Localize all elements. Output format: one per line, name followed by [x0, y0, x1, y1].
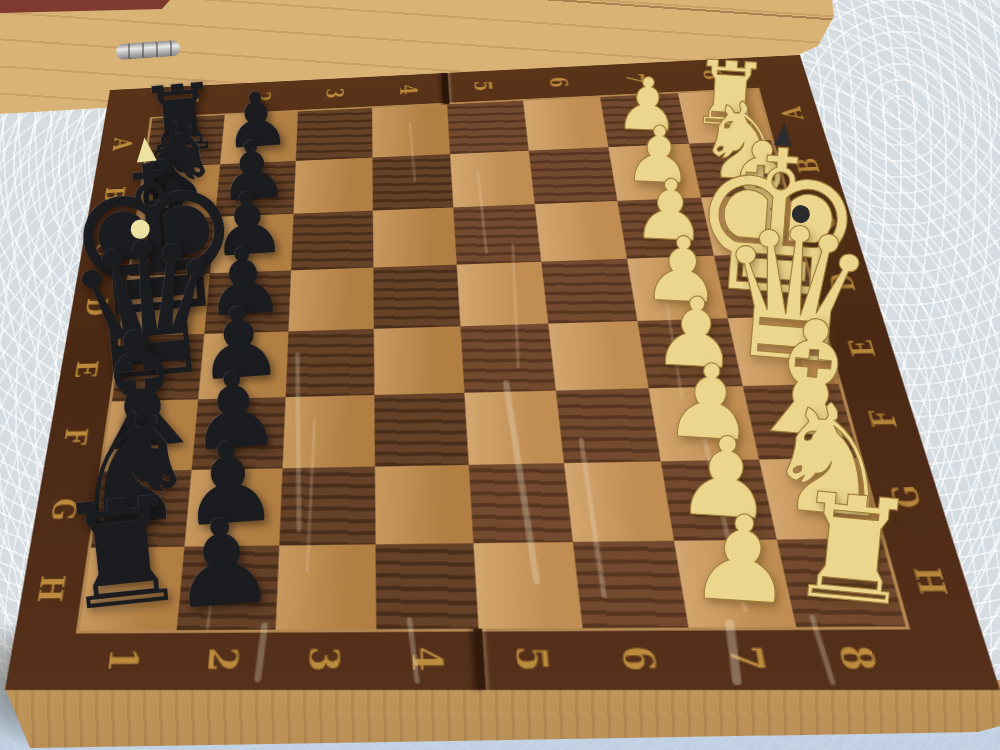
square-g2	[184, 468, 282, 546]
coord-top-2: 2	[239, 73, 286, 122]
square-e4	[374, 326, 465, 395]
square-c5	[453, 204, 541, 264]
square-b3	[294, 158, 373, 214]
coord-right-F: F	[828, 396, 940, 443]
coord-bottom-4: 4	[395, 614, 464, 706]
coord-top-6: 6	[533, 58, 585, 108]
square-b2	[215, 161, 296, 217]
coord-right-H: H	[870, 554, 994, 608]
coord-left-B: B	[75, 177, 155, 212]
square-c6	[535, 201, 627, 262]
square-f4	[374, 393, 468, 467]
coord-right-A: A	[748, 96, 838, 130]
square-c7	[617, 198, 714, 259]
coord-right-D: D	[792, 262, 894, 303]
coord-left-C: C	[65, 230, 148, 267]
coord-right-C: C	[776, 203, 874, 241]
coord-top-3: 3	[312, 69, 357, 118]
square-f6	[556, 388, 661, 463]
square-d6	[541, 259, 637, 324]
square-d7	[627, 256, 728, 321]
square-d4	[373, 265, 460, 329]
coord-top-8: 8	[684, 50, 743, 100]
square-c4	[373, 207, 457, 267]
square-c2	[210, 214, 294, 274]
coord-bottom-5: 5	[496, 613, 571, 706]
square-e7	[637, 318, 742, 388]
coord-left-H: H	[1, 564, 103, 614]
coord-right-E: E	[809, 326, 916, 370]
square-f2	[192, 397, 286, 470]
coord-left-G: G	[16, 486, 114, 533]
chess-board: 1234567812345678ABCDEFGHABCDEFGH	[5, 55, 1000, 690]
square-b5	[450, 151, 535, 208]
coord-right-G: G	[848, 472, 966, 522]
coord-top-7: 7	[608, 54, 663, 104]
square-d5	[457, 262, 549, 327]
square-c3	[291, 211, 373, 271]
coord-top-1: 1	[166, 76, 214, 125]
coord-left-E: E	[42, 349, 132, 390]
square-e2	[198, 331, 288, 399]
coord-left-D: D	[54, 287, 140, 326]
square-g4	[375, 465, 474, 545]
coord-bottom-3: 3	[291, 615, 357, 706]
coord-bottom-2: 2	[188, 615, 258, 705]
photo-scene: 1234567812345678ABCDEFGHABCDEFGH ♜♟♟♜♞♟♟…	[0, 0, 1000, 750]
square-e6	[548, 321, 648, 391]
square-g6	[564, 461, 674, 542]
coord-top-5: 5	[459, 62, 508, 111]
coord-bottom-1: 1	[87, 616, 160, 706]
square-d3	[288, 268, 373, 332]
square-b6	[529, 147, 618, 204]
coord-right-B: B	[761, 147, 855, 183]
square-g3	[279, 467, 375, 546]
coord-left-A: A	[84, 128, 161, 161]
square-d2	[204, 270, 291, 333]
coord-left-F: F	[30, 415, 123, 459]
square-b7	[608, 144, 701, 201]
coord-top-4: 4	[386, 65, 432, 114]
